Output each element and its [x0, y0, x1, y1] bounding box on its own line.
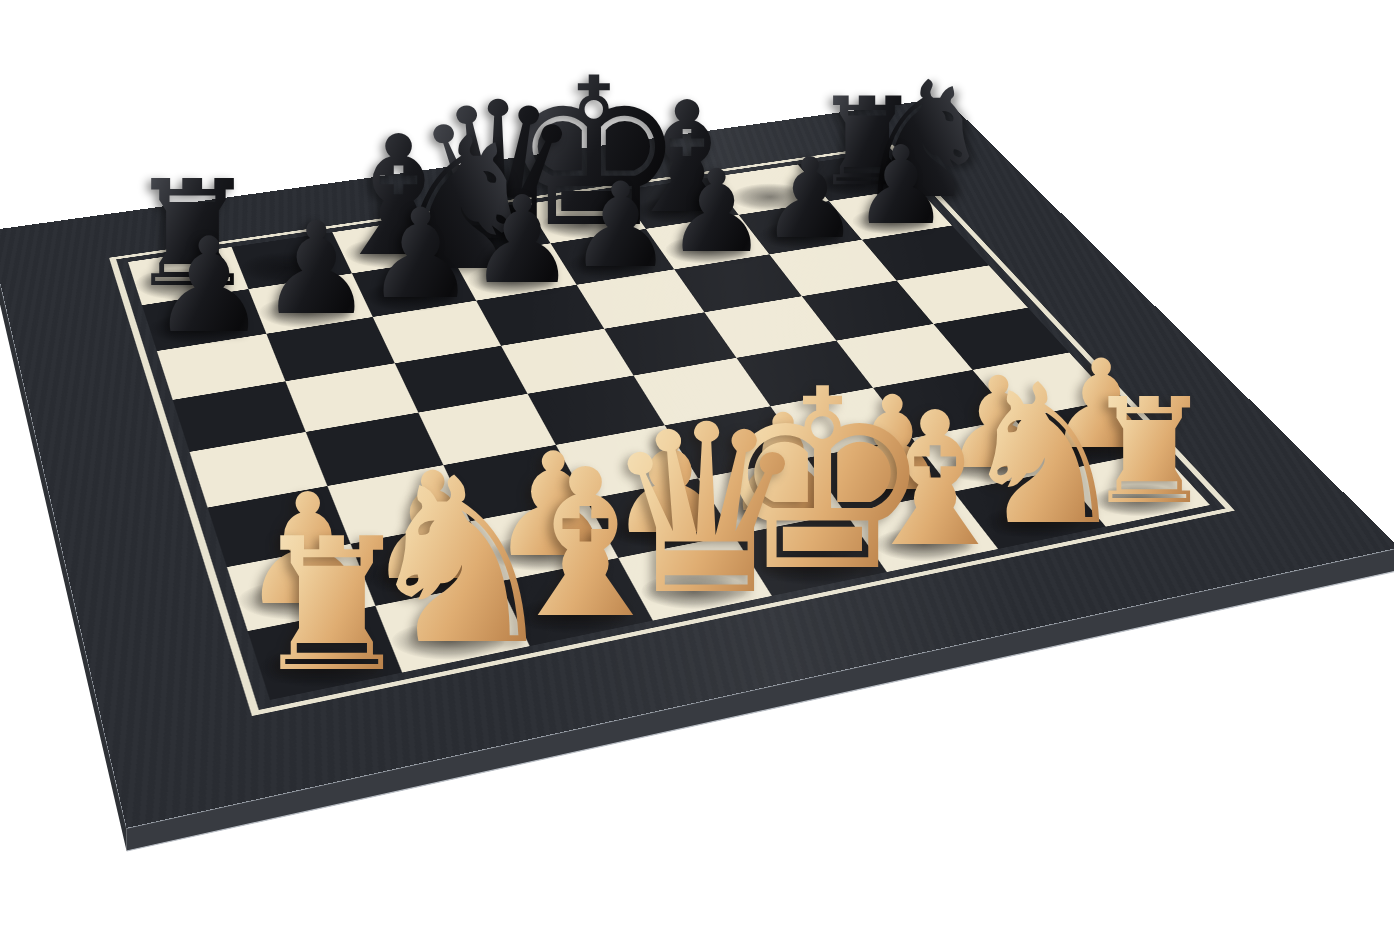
piece-shadow-b8 — [241, 253, 332, 284]
piece-shadow-f7 — [665, 235, 749, 264]
piece-shadow-b1 — [392, 621, 505, 659]
piece-shadow-f2 — [834, 470, 930, 503]
piece-shadow-g7 — [760, 221, 841, 249]
piece-shadow-g2 — [942, 450, 1035, 482]
piece-shadow-h7 — [852, 208, 931, 235]
piece-shadow-c8 — [345, 238, 433, 268]
piece-shadow-e8 — [542, 210, 626, 239]
piece-shadow-h2 — [1046, 431, 1136, 462]
piece-shadow-d7 — [468, 265, 556, 295]
piece-shadow-a7 — [150, 312, 246, 345]
piece-shadow-e1 — [760, 550, 862, 585]
piece-shadow-c7 — [365, 280, 456, 311]
piece-shadow-c1 — [519, 597, 628, 634]
piece-shadow-a2 — [239, 581, 352, 619]
piece-shadow-e7 — [568, 250, 654, 279]
piece-shadow-a1 — [261, 647, 378, 687]
piece-shadow-b7 — [259, 296, 352, 328]
piece-shadow-d2 — [608, 513, 710, 548]
piece-shadow-f8 — [637, 196, 719, 224]
piece-shadow-f1 — [875, 527, 973, 561]
piece-shadow-g8 — [730, 183, 809, 210]
piece-shadow-b2 — [366, 558, 475, 595]
chess-set-photo: ♜♞♝♛♚♝♞♜♟♟♟♟♟♟♟♟♟♟♟♟♟♟♟♟♜♞♝♛♚♝♞♜ — [0, 0, 1394, 946]
piece-shadow-c2 — [489, 535, 594, 571]
piece-shadow-d1 — [642, 573, 747, 609]
piece-shadow-a8 — [135, 268, 228, 300]
piece-shadow-g1 — [985, 506, 1080, 539]
piece-shadow-e2 — [723, 491, 822, 525]
